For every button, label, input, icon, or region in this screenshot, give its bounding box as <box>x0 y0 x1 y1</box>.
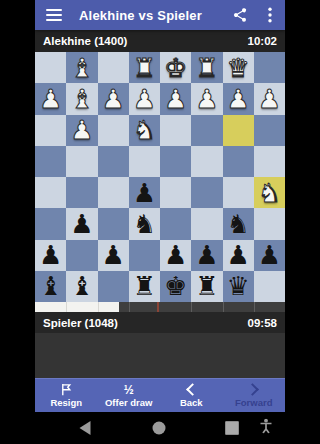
black-pawn[interactable]: ♟ <box>133 180 156 206</box>
accessibility-person-icon[interactable] <box>260 419 273 438</box>
board-square[interactable]: ♜ <box>191 271 222 302</box>
board-square[interactable] <box>223 115 254 146</box>
progress-marker <box>157 302 159 312</box>
offer-draw-label: Offer draw <box>105 398 153 408</box>
overflow-menu-icon[interactable] <box>259 4 281 26</box>
white-rook[interactable]: ♜ <box>195 55 218 81</box>
black-knight[interactable]: ♞ <box>133 211 156 237</box>
white-pawn[interactable]: ♟ <box>133 86 156 112</box>
board-square[interactable]: ♞ <box>129 115 160 146</box>
board-square[interactable] <box>129 240 160 271</box>
black-pawn[interactable]: ♟ <box>39 242 62 268</box>
board-square[interactable]: ♞ <box>129 208 160 239</box>
board-square[interactable] <box>98 115 129 146</box>
board-square[interactable]: ♞ <box>254 177 285 208</box>
game-progress-bar[interactable] <box>35 302 285 312</box>
page-title: Alekhine vs Spieler <box>79 8 229 23</box>
board-square[interactable] <box>160 115 191 146</box>
board-square[interactable] <box>35 177 66 208</box>
board-square[interactable]: ♟ <box>223 240 254 271</box>
board-square[interactable]: ♝ <box>66 52 97 83</box>
board-square[interactable]: ♛ <box>223 52 254 83</box>
progress-separator <box>129 302 130 312</box>
black-pawn[interactable]: ♟ <box>70 211 93 237</box>
white-pawn[interactable]: ♟ <box>195 86 218 112</box>
board-square[interactable] <box>129 146 160 177</box>
board-square[interactable]: ♟ <box>129 177 160 208</box>
opponent-clock: 10:02 <box>248 35 277 47</box>
board-square[interactable]: ♟ <box>129 83 160 114</box>
black-king[interactable]: ♚ <box>164 273 187 299</box>
black-pawn[interactable]: ♟ <box>164 242 187 268</box>
board-square[interactable] <box>254 146 285 177</box>
share-icon[interactable] <box>229 4 251 26</box>
board-square[interactable]: ♜ <box>129 271 160 302</box>
board-square[interactable] <box>191 115 222 146</box>
action-bar: Resign ½ Offer draw Back Forward <box>35 378 285 412</box>
black-queen[interactable]: ♛ <box>226 273 249 299</box>
menu-hamburger-icon[interactable] <box>46 9 62 21</box>
white-pawn[interactable]: ♟ <box>101 86 124 112</box>
board-square[interactable]: ♟ <box>254 240 285 271</box>
white-bishop[interactable]: ♝ <box>70 55 93 81</box>
progress-fill <box>35 302 119 312</box>
board-square[interactable] <box>191 177 222 208</box>
white-pawn[interactable]: ♟ <box>70 117 93 143</box>
black-bishop[interactable]: ♝ <box>39 273 62 299</box>
board-square[interactable]: ♟ <box>66 115 97 146</box>
player-clock: 09:58 <box>248 317 277 329</box>
back-label: Back <box>180 398 203 408</box>
half-point-icon: ½ <box>124 383 134 396</box>
move-list-area <box>35 333 285 378</box>
board-square[interactable] <box>98 146 129 177</box>
white-bishop[interactable]: ♝ <box>70 86 93 112</box>
board-square[interactable]: ♟ <box>191 83 222 114</box>
board-square[interactable] <box>98 271 129 302</box>
board-square[interactable] <box>254 52 285 83</box>
board-square[interactable]: ♞ <box>223 208 254 239</box>
player-bar: Spieler (1048) 09:58 <box>35 312 285 333</box>
board-square[interactable] <box>66 146 97 177</box>
board-square[interactable]: ♟ <box>35 240 66 271</box>
board-square[interactable] <box>66 177 97 208</box>
board-square[interactable] <box>160 146 191 177</box>
board-square[interactable]: ♝ <box>66 83 97 114</box>
white-pawn[interactable]: ♟ <box>164 86 187 112</box>
board-square[interactable] <box>98 52 129 83</box>
progress-separator <box>98 302 99 312</box>
forward-label: Forward <box>235 398 272 408</box>
offer-draw-button[interactable]: ½ Offer draw <box>98 379 161 412</box>
resign-label: Resign <box>50 398 82 408</box>
board-square[interactable]: ♟ <box>160 240 191 271</box>
opponent-bar: Alekhine (1400) 10:02 <box>35 30 285 52</box>
overflow-dots-glyph <box>268 7 272 23</box>
board-square[interactable]: ♟ <box>98 240 129 271</box>
board-square[interactable]: ♚ <box>160 271 191 302</box>
share-icon-glyph <box>232 7 248 23</box>
board-square[interactable] <box>35 115 66 146</box>
board-square[interactable]: ♟ <box>223 83 254 114</box>
opponent-name: Alekhine (1400) <box>43 35 127 47</box>
player-name: Spieler (1048) <box>43 317 118 329</box>
white-queen[interactable]: ♛ <box>226 55 249 81</box>
board-square[interactable] <box>35 208 66 239</box>
android-back-icon[interactable] <box>80 421 91 435</box>
progress-separator <box>191 302 192 312</box>
progress-separator <box>254 302 255 312</box>
board-square[interactable] <box>35 146 66 177</box>
back-button[interactable]: Back <box>160 379 223 412</box>
chess-board[interactable]: ♝♜♚♜♛♟♝♟♟♟♟♟♟♟♞♟♞♟♞♞♟♟♟♟♟♟♝♝♜♚♜♛ <box>35 52 285 302</box>
board-square[interactable] <box>223 177 254 208</box>
progress-separator <box>66 302 67 312</box>
board-square[interactable]: ♟ <box>191 240 222 271</box>
board-square[interactable]: ♟ <box>254 83 285 114</box>
android-home-icon[interactable] <box>153 422 166 435</box>
white-pawn[interactable]: ♟ <box>39 86 62 112</box>
board-square[interactable] <box>35 52 66 83</box>
android-recents-icon[interactable] <box>225 421 239 435</box>
white-knight[interactable]: ♞ <box>258 180 281 206</box>
white-pawn[interactable]: ♟ <box>226 86 249 112</box>
board-square[interactable]: ♝ <box>66 271 97 302</box>
black-pawn[interactable]: ♟ <box>258 242 281 268</box>
board-square[interactable] <box>191 146 222 177</box>
board-square[interactable] <box>66 240 97 271</box>
app-bar: Alekhine vs Spieler <box>35 0 285 30</box>
board-square[interactable] <box>98 208 129 239</box>
flag-icon <box>60 383 73 396</box>
board-square[interactable]: ♟ <box>160 83 191 114</box>
black-knight[interactable]: ♞ <box>226 211 249 237</box>
black-pawn[interactable]: ♟ <box>195 242 218 268</box>
board-square[interactable]: ♛ <box>223 271 254 302</box>
board-square[interactable] <box>223 146 254 177</box>
white-rook[interactable]: ♜ <box>133 55 156 81</box>
black-rook[interactable]: ♜ <box>195 273 218 299</box>
board-square[interactable]: ♟ <box>98 83 129 114</box>
board-square[interactable] <box>160 208 191 239</box>
board-square[interactable]: ♟ <box>35 83 66 114</box>
white-pawn[interactable]: ♟ <box>258 86 281 112</box>
board-square[interactable]: ♜ <box>191 52 222 83</box>
board-square[interactable]: ♜ <box>129 52 160 83</box>
board-square[interactable]: ♝ <box>35 271 66 302</box>
chevron-left-icon <box>185 383 197 396</box>
white-knight[interactable]: ♞ <box>133 117 156 143</box>
resign-button[interactable]: Resign <box>35 379 98 412</box>
black-bishop[interactable]: ♝ <box>70 273 93 299</box>
forward-button[interactable]: Forward <box>223 379 286 412</box>
black-rook[interactable]: ♜ <box>133 273 156 299</box>
board-square[interactable] <box>98 177 129 208</box>
board-square[interactable] <box>254 208 285 239</box>
board-square[interactable]: ♚ <box>160 52 191 83</box>
black-pawn[interactable]: ♟ <box>101 242 124 268</box>
white-king[interactable]: ♚ <box>164 55 187 81</box>
app-window: Alekhine vs Spieler Alekhine (1400) 10:0… <box>35 0 285 444</box>
board-square[interactable] <box>191 208 222 239</box>
black-pawn[interactable]: ♟ <box>226 242 249 268</box>
board-square[interactable]: ♟ <box>66 208 97 239</box>
board-square[interactable] <box>160 177 191 208</box>
board-square[interactable] <box>254 115 285 146</box>
progress-separator <box>223 302 224 312</box>
chevron-right-icon <box>248 383 260 396</box>
android-nav-bar <box>35 412 285 444</box>
board-square[interactable] <box>254 271 285 302</box>
